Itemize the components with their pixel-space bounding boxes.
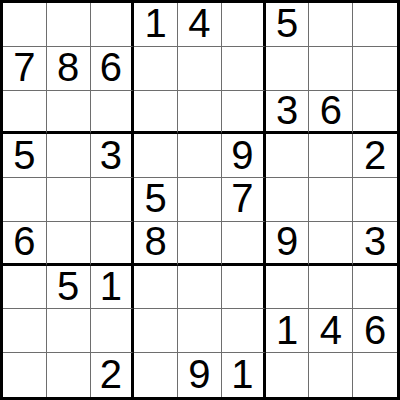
cell-r1c7[interactable]: 5 bbox=[266, 3, 310, 47]
cell-r1c8[interactable] bbox=[309, 3, 353, 47]
cell-r5c4[interactable]: 5 bbox=[134, 178, 178, 222]
cell-r3c5[interactable] bbox=[178, 91, 222, 135]
given-digit: 2 bbox=[364, 135, 386, 175]
given-digit: 9 bbox=[188, 354, 210, 394]
cell-r8c7[interactable]: 1 bbox=[266, 309, 310, 353]
cell-r7c9[interactable] bbox=[353, 266, 397, 310]
cell-r6c3[interactable] bbox=[91, 222, 135, 266]
given-digit: 6 bbox=[320, 90, 342, 130]
cell-r2c4[interactable] bbox=[134, 47, 178, 91]
cell-r9c5[interactable]: 9 bbox=[178, 353, 222, 397]
cell-r2c1[interactable]: 7 bbox=[3, 47, 47, 91]
given-digit: 5 bbox=[145, 178, 167, 218]
cell-r4c6[interactable]: 9 bbox=[222, 134, 266, 178]
cell-r7c2[interactable]: 5 bbox=[47, 266, 91, 310]
cell-r6c6[interactable] bbox=[222, 222, 266, 266]
given-digit: 9 bbox=[231, 135, 253, 175]
cell-r3c3[interactable] bbox=[91, 91, 135, 135]
given-digit: 4 bbox=[188, 3, 210, 43]
cell-r1c3[interactable] bbox=[91, 3, 135, 47]
cell-r1c4[interactable]: 1 bbox=[134, 3, 178, 47]
given-digit: 4 bbox=[320, 310, 342, 350]
cell-r9c4[interactable] bbox=[134, 353, 178, 397]
cell-r6c4[interactable]: 8 bbox=[134, 222, 178, 266]
given-digit: 1 bbox=[100, 266, 122, 306]
cell-r4c7[interactable] bbox=[266, 134, 310, 178]
cell-r5c1[interactable] bbox=[3, 178, 47, 222]
cell-r7c8[interactable] bbox=[309, 266, 353, 310]
cell-r8c3[interactable] bbox=[91, 309, 135, 353]
cell-r3c8[interactable]: 6 bbox=[309, 91, 353, 135]
cell-r6c8[interactable] bbox=[309, 222, 353, 266]
cell-r7c5[interactable] bbox=[178, 266, 222, 310]
sudoku-board: 14578636539257689351146291 bbox=[0, 0, 400, 400]
cell-r5c7[interactable] bbox=[266, 178, 310, 222]
given-digit: 3 bbox=[100, 135, 122, 175]
cell-r8c8[interactable]: 4 bbox=[309, 309, 353, 353]
cell-r2c8[interactable] bbox=[309, 47, 353, 91]
cell-r9c9[interactable] bbox=[353, 353, 397, 397]
cell-r7c1[interactable] bbox=[3, 266, 47, 310]
cell-r6c7[interactable]: 9 bbox=[266, 222, 310, 266]
cell-r8c2[interactable] bbox=[47, 309, 91, 353]
cell-r4c1[interactable]: 5 bbox=[3, 134, 47, 178]
cell-r8c1[interactable] bbox=[3, 309, 47, 353]
cell-r4c3[interactable]: 3 bbox=[91, 134, 135, 178]
given-digit: 8 bbox=[57, 47, 79, 87]
given-digit: 3 bbox=[276, 90, 298, 130]
cell-r6c5[interactable] bbox=[178, 222, 222, 266]
given-digit: 7 bbox=[231, 178, 253, 218]
given-digit: 5 bbox=[57, 266, 79, 306]
cell-r2c9[interactable] bbox=[353, 47, 397, 91]
given-digit: 1 bbox=[231, 354, 253, 394]
cell-r9c7[interactable] bbox=[266, 353, 310, 397]
cell-r4c2[interactable] bbox=[47, 134, 91, 178]
cell-r9c6[interactable]: 1 bbox=[222, 353, 266, 397]
cell-r5c6[interactable]: 7 bbox=[222, 178, 266, 222]
given-digit: 5 bbox=[13, 135, 35, 175]
cell-r7c4[interactable] bbox=[134, 266, 178, 310]
given-digit: 1 bbox=[276, 310, 298, 350]
cell-r5c5[interactable] bbox=[178, 178, 222, 222]
cell-r3c4[interactable] bbox=[134, 91, 178, 135]
given-digit: 6 bbox=[100, 47, 122, 87]
cell-r4c5[interactable] bbox=[178, 134, 222, 178]
given-digit: 3 bbox=[364, 221, 386, 261]
cell-r3c6[interactable] bbox=[222, 91, 266, 135]
cell-r4c8[interactable] bbox=[309, 134, 353, 178]
cell-r1c2[interactable] bbox=[47, 3, 91, 47]
cell-r8c5[interactable] bbox=[178, 309, 222, 353]
cell-r3c1[interactable] bbox=[3, 91, 47, 135]
cell-r2c3[interactable]: 6 bbox=[91, 47, 135, 91]
cell-r9c1[interactable] bbox=[3, 353, 47, 397]
cell-r6c1[interactable]: 6 bbox=[3, 222, 47, 266]
cell-r7c7[interactable] bbox=[266, 266, 310, 310]
cell-r3c9[interactable] bbox=[353, 91, 397, 135]
cell-r4c9[interactable]: 2 bbox=[353, 134, 397, 178]
cell-r9c2[interactable] bbox=[47, 353, 91, 397]
cell-r2c5[interactable] bbox=[178, 47, 222, 91]
cell-r5c3[interactable] bbox=[91, 178, 135, 222]
cell-r7c3[interactable]: 1 bbox=[91, 266, 135, 310]
cell-r5c8[interactable] bbox=[309, 178, 353, 222]
given-digit: 9 bbox=[276, 221, 298, 261]
cell-r3c7[interactable]: 3 bbox=[266, 91, 310, 135]
given-digit: 5 bbox=[276, 3, 298, 43]
cell-r5c2[interactable] bbox=[47, 178, 91, 222]
cell-r6c9[interactable]: 3 bbox=[353, 222, 397, 266]
cell-r8c9[interactable]: 6 bbox=[353, 309, 397, 353]
given-digit: 6 bbox=[364, 310, 386, 350]
cell-r2c7[interactable] bbox=[266, 47, 310, 91]
given-digit: 1 bbox=[145, 3, 167, 43]
cell-r2c2[interactable]: 8 bbox=[47, 47, 91, 91]
cell-r2c6[interactable] bbox=[222, 47, 266, 91]
given-digit: 7 bbox=[13, 47, 35, 87]
cell-r6c2[interactable] bbox=[47, 222, 91, 266]
cell-r1c5[interactable]: 4 bbox=[178, 3, 222, 47]
cell-r3c2[interactable] bbox=[47, 91, 91, 135]
cell-r4c4[interactable] bbox=[134, 134, 178, 178]
cell-r9c3[interactable]: 2 bbox=[91, 353, 135, 397]
cell-r1c6[interactable] bbox=[222, 3, 266, 47]
given-digit: 8 bbox=[145, 221, 167, 261]
cell-r9c8[interactable] bbox=[309, 353, 353, 397]
cell-r7c6[interactable] bbox=[222, 266, 266, 310]
cell-r8c6[interactable] bbox=[222, 309, 266, 353]
cell-r1c9[interactable] bbox=[353, 3, 397, 47]
cell-r5c9[interactable] bbox=[353, 178, 397, 222]
cell-r8c4[interactable] bbox=[134, 309, 178, 353]
cell-r1c1[interactable] bbox=[3, 3, 47, 47]
given-digit: 2 bbox=[100, 354, 122, 394]
given-digit: 6 bbox=[13, 221, 35, 261]
